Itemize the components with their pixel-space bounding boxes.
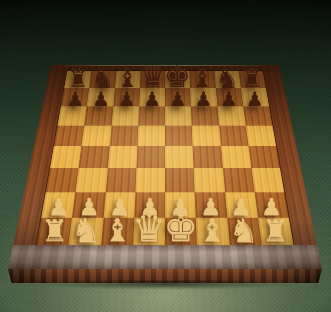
- square-g3[interactable]: [223, 168, 255, 192]
- piece-white-bishop-c1[interactable]: ♝: [104, 215, 132, 247]
- square-d5[interactable]: [137, 125, 165, 146]
- square-c5[interactable]: [109, 125, 138, 146]
- piece-white-rook-a1[interactable]: ♜: [41, 217, 68, 247]
- piece-black-pawn-h7[interactable]: ♟: [246, 89, 264, 109]
- square-f3[interactable]: [194, 168, 225, 192]
- square-b3[interactable]: [76, 168, 108, 192]
- piece-white-knight-b1[interactable]: ♞: [71, 214, 101, 247]
- piece-black-pawn-b7[interactable]: ♟: [92, 89, 110, 109]
- square-d3[interactable]: [135, 168, 165, 192]
- square-a3[interactable]: [46, 168, 79, 192]
- square-b5[interactable]: [82, 125, 112, 146]
- square-e5[interactable]: [165, 125, 193, 146]
- piece-white-rook-h1[interactable]: ♜: [262, 217, 289, 247]
- square-e4[interactable]: [165, 146, 194, 168]
- perspective-wrapper: [0, 0, 331, 312]
- square-g5[interactable]: [219, 125, 249, 146]
- piece-black-pawn-c7[interactable]: ♟: [118, 89, 136, 109]
- square-f5[interactable]: [192, 125, 221, 146]
- piece-black-pawn-d7[interactable]: ♟: [143, 89, 161, 109]
- piece-black-pawn-f7[interactable]: ♟: [194, 89, 212, 109]
- square-d4[interactable]: [136, 146, 165, 168]
- square-g4[interactable]: [221, 146, 252, 168]
- piece-black-pawn-g7[interactable]: ♟: [220, 89, 238, 109]
- square-f4[interactable]: [193, 146, 223, 168]
- square-h5[interactable]: [246, 125, 277, 146]
- piece-white-knight-g1[interactable]: ♞: [229, 214, 259, 247]
- piece-white-bishop-f1[interactable]: ♝: [198, 215, 226, 247]
- square-c4[interactable]: [107, 146, 137, 168]
- chess-scene: ♜♞♝♛♚♝♞♜♟♟♟♟♟♟♟♟♟♟♟♟♟♟♟♟♜♞♝♛♚♝♞♜: [0, 0, 331, 312]
- piece-white-king-e1[interactable]: ♚: [164, 209, 199, 248]
- square-b4[interactable]: [79, 146, 110, 168]
- piece-black-pawn-e7[interactable]: ♟: [169, 89, 187, 109]
- square-e3[interactable]: [165, 168, 195, 192]
- square-h4[interactable]: [248, 146, 280, 168]
- square-c3[interactable]: [105, 168, 136, 192]
- square-h3[interactable]: [251, 168, 284, 192]
- square-a4[interactable]: [50, 146, 82, 168]
- square-a5[interactable]: [54, 125, 85, 146]
- piece-white-queen-d1[interactable]: ♛: [133, 210, 166, 247]
- piece-black-pawn-a7[interactable]: ♟: [66, 89, 84, 109]
- board-cast-shadow: [2, 280, 329, 294]
